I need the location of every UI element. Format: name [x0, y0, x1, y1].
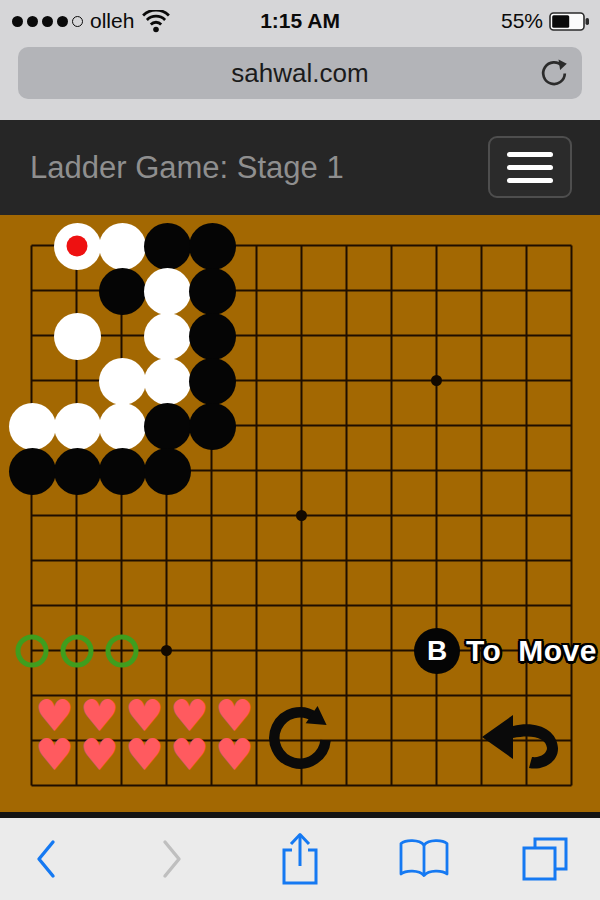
intersection-9-10[interactable] — [370, 629, 415, 674]
intersection-6-10[interactable] — [235, 629, 280, 674]
heart-life-icon: ♥ — [122, 734, 167, 773]
intersection-4-10[interactable] — [145, 629, 190, 674]
intersection-12-4[interactable] — [505, 359, 550, 404]
intersection-7-9[interactable] — [280, 584, 325, 629]
intersection-8-2[interactable] — [325, 269, 370, 314]
intersection-7-5[interactable] — [280, 404, 325, 449]
turn-stone-black: B — [414, 628, 460, 674]
intersection-3-10[interactable] — [100, 629, 145, 674]
intersection-1-6[interactable] — [10, 449, 55, 494]
intersection-9-12[interactable] — [370, 719, 415, 764]
tabs-icon[interactable] — [520, 818, 570, 900]
intersection-2-4[interactable] — [55, 359, 100, 404]
go-board: B To Move ♥♥♥♥♥♥♥♥♥♥ — [0, 215, 600, 812]
iphone-screen: olleh 1:15 AM 55% sahwal.com — [0, 0, 600, 900]
black-stone — [9, 448, 56, 495]
intersection-12-9[interactable] — [505, 584, 550, 629]
intersection-3-9[interactable] — [100, 584, 145, 629]
intersection-7-3[interactable] — [280, 314, 325, 359]
intersection-4-8[interactable] — [145, 539, 190, 584]
black-stone — [54, 448, 101, 495]
red-dot-marker — [67, 236, 88, 257]
intersection-13-7[interactable] — [550, 494, 595, 539]
undo-button[interactable] — [479, 710, 565, 772]
intersection-5-6[interactable] — [190, 449, 235, 494]
intersection-3-6[interactable] — [100, 449, 145, 494]
intersection-2-1[interactable] — [55, 224, 100, 269]
white-stone — [54, 313, 101, 360]
address-bar: sahwal.com — [0, 42, 600, 120]
intersection-1-7[interactable] — [10, 494, 55, 539]
black-stone — [189, 223, 236, 270]
page-header: Ladder Game: Stage 1 — [0, 120, 600, 215]
intersection-12-5[interactable] — [505, 404, 550, 449]
intersection-6-8[interactable] — [235, 539, 280, 584]
status-bar: olleh 1:15 AM 55% — [0, 0, 600, 42]
black-stone — [99, 448, 146, 495]
intersection-12-2[interactable] — [505, 269, 550, 314]
intersection-5-4[interactable] — [190, 359, 235, 404]
intersection-1-5[interactable] — [10, 404, 55, 449]
intersection-4-1[interactable] — [145, 224, 190, 269]
intersection-1-8[interactable] — [10, 539, 55, 584]
intersection-4-2[interactable] — [145, 269, 190, 314]
intersection-10-5[interactable] — [415, 404, 460, 449]
heart-life-icon: ♥ — [32, 734, 77, 773]
white-stone — [144, 268, 191, 315]
intersection-8-6[interactable] — [325, 449, 370, 494]
intersection-1-10[interactable] — [10, 629, 55, 674]
intersection-2-9[interactable] — [55, 584, 100, 629]
intersection-9-1[interactable] — [370, 224, 415, 269]
intersection-12-6[interactable] — [505, 449, 550, 494]
intersection-2-10[interactable] — [55, 629, 100, 674]
heart-life-icon: ♥ — [77, 734, 122, 773]
share-icon[interactable] — [276, 818, 324, 900]
bookmarks-icon[interactable] — [398, 818, 450, 900]
intersection-6-1[interactable] — [235, 224, 280, 269]
intersection-13-9[interactable] — [550, 584, 595, 629]
intersection-5-7[interactable] — [190, 494, 235, 539]
intersection-3-8[interactable] — [100, 539, 145, 584]
intersection-10-4[interactable] — [415, 359, 460, 404]
white-stone — [144, 313, 191, 360]
intersection-10-12[interactable] — [415, 719, 460, 764]
url-field[interactable]: sahwal.com — [18, 47, 582, 99]
intersection-6-6[interactable] — [235, 449, 280, 494]
intersection-6-4[interactable] — [235, 359, 280, 404]
intersection-9-8[interactable] — [370, 539, 415, 584]
intersection-10-6[interactable] — [415, 449, 460, 494]
rotate-button[interactable] — [262, 698, 338, 774]
white-stone — [9, 403, 56, 450]
page-title: Ladder Game: Stage 1 — [30, 120, 344, 215]
intersection-10-13[interactable] — [415, 764, 460, 809]
intersection-9-11[interactable] — [370, 674, 415, 719]
intersection-11-9[interactable] — [460, 584, 505, 629]
intersection-11-5[interactable] — [460, 404, 505, 449]
intersection-9-7[interactable] — [370, 494, 415, 539]
intersection-6-5[interactable] — [235, 404, 280, 449]
intersection-8-3[interactable] — [325, 314, 370, 359]
back-button[interactable] — [26, 818, 66, 900]
battery-icon — [549, 12, 590, 31]
intersection-13-1[interactable] — [550, 224, 595, 269]
lives-hearts: ♥♥♥♥♥♥♥♥♥♥ — [32, 695, 258, 773]
intersection-12-8[interactable] — [505, 539, 550, 584]
intersection-2-6[interactable] — [55, 449, 100, 494]
intersection-8-5[interactable] — [325, 404, 370, 449]
intersection-11-1[interactable] — [460, 224, 505, 269]
intersection-10-1[interactable] — [415, 224, 460, 269]
intersection-3-4[interactable] — [100, 359, 145, 404]
intersection-10-11[interactable] — [415, 674, 460, 719]
intersection-5-2[interactable] — [190, 269, 235, 314]
intersection-8-10[interactable] — [325, 629, 370, 674]
intersection-2-8[interactable] — [55, 539, 100, 584]
intersection-11-4[interactable] — [460, 359, 505, 404]
heart-life-icon: ♥ — [212, 734, 257, 773]
intersection-7-1[interactable] — [280, 224, 325, 269]
intersection-8-1[interactable] — [325, 224, 370, 269]
intersection-5-8[interactable] — [190, 539, 235, 584]
black-stone — [144, 403, 191, 450]
black-stone — [144, 223, 191, 270]
intersection-6-7[interactable] — [235, 494, 280, 539]
intersection-1-2[interactable] — [10, 269, 55, 314]
intersection-7-4[interactable] — [280, 359, 325, 404]
intersection-2-5[interactable] — [55, 404, 100, 449]
lives-row: ♥♥♥♥♥ — [32, 734, 258, 773]
intersection-4-4[interactable] — [145, 359, 190, 404]
intersection-10-7[interactable] — [415, 494, 460, 539]
green-circle-marker — [16, 635, 49, 668]
intersection-3-7[interactable] — [100, 494, 145, 539]
intersection-10-3[interactable] — [415, 314, 460, 359]
intersection-11-3[interactable] — [460, 314, 505, 359]
intersection-13-8[interactable] — [550, 539, 595, 584]
heart-life-icon: ♥ — [167, 734, 212, 773]
intersection-7-7[interactable] — [280, 494, 325, 539]
intersection-13-2[interactable] — [550, 269, 595, 314]
safari-toolbar — [0, 818, 600, 900]
white-stone — [144, 358, 191, 405]
intersection-6-3[interactable] — [235, 314, 280, 359]
to-move-label: To Move — [466, 631, 596, 671]
intersection-5-10[interactable] — [190, 629, 235, 674]
intersection-6-9[interactable] — [235, 584, 280, 629]
intersection-1-3[interactable] — [10, 314, 55, 359]
intersection-9-13[interactable] — [370, 764, 415, 809]
intersection-8-8[interactable] — [325, 539, 370, 584]
intersection-6-2[interactable] — [235, 269, 280, 314]
intersection-3-5[interactable] — [100, 404, 145, 449]
intersection-13-4[interactable] — [550, 359, 595, 404]
intersection-2-2[interactable] — [55, 269, 100, 314]
intersection-4-9[interactable] — [145, 584, 190, 629]
intersection-4-7[interactable] — [145, 494, 190, 539]
intersection-9-5[interactable] — [370, 404, 415, 449]
black-stone — [189, 268, 236, 315]
intersection-11-6[interactable] — [460, 449, 505, 494]
white-stone — [54, 223, 101, 270]
intersection-11-7[interactable] — [460, 494, 505, 539]
white-stone — [54, 403, 101, 450]
intersection-7-10[interactable] — [280, 629, 325, 674]
intersection-10-9[interactable] — [415, 584, 460, 629]
black-stone — [189, 358, 236, 405]
hamburger-icon — [507, 152, 553, 157]
intersection-1-4[interactable] — [10, 359, 55, 404]
intersection-3-2[interactable] — [100, 269, 145, 314]
intersection-12-7[interactable] — [505, 494, 550, 539]
intersection-5-3[interactable] — [190, 314, 235, 359]
intersection-9-4[interactable] — [370, 359, 415, 404]
intersection-10-2[interactable] — [415, 269, 460, 314]
refresh-icon[interactable] — [538, 58, 569, 89]
black-stone — [189, 403, 236, 450]
battery-percent: 55% — [501, 9, 543, 33]
intersection-10-8[interactable] — [415, 539, 460, 584]
intersection-9-6[interactable] — [370, 449, 415, 494]
black-stone — [189, 313, 236, 360]
intersection-4-6[interactable] — [145, 449, 190, 494]
white-stone — [99, 223, 146, 270]
forward-button[interactable] — [152, 818, 192, 900]
white-stone — [99, 403, 146, 450]
intersection-8-9[interactable] — [325, 584, 370, 629]
intersection-5-1[interactable] — [190, 224, 235, 269]
status-right: 55% — [501, 9, 590, 33]
intersection-8-7[interactable] — [325, 494, 370, 539]
intersection-13-5[interactable] — [550, 404, 595, 449]
intersection-12-1[interactable] — [505, 224, 550, 269]
intersection-8-4[interactable] — [325, 359, 370, 404]
intersection-4-5[interactable] — [145, 404, 190, 449]
url-text: sahwal.com — [231, 58, 368, 89]
intersection-9-2[interactable] — [370, 269, 415, 314]
intersection-9-3[interactable] — [370, 314, 415, 359]
green-circle-marker — [106, 635, 139, 668]
intersection-7-8[interactable] — [280, 539, 325, 584]
intersection-4-3[interactable] — [145, 314, 190, 359]
intersection-2-7[interactable] — [55, 494, 100, 539]
intersection-7-2[interactable] — [280, 269, 325, 314]
green-circle-marker — [61, 635, 94, 668]
menu-button[interactable] — [488, 136, 572, 198]
intersection-5-5[interactable] — [190, 404, 235, 449]
intersection-1-1[interactable] — [10, 224, 55, 269]
intersection-11-2[interactable] — [460, 269, 505, 314]
intersection-9-9[interactable] — [370, 584, 415, 629]
intersection-12-3[interactable] — [505, 314, 550, 359]
intersection-3-3[interactable] — [100, 314, 145, 359]
white-stone — [99, 358, 146, 405]
intersection-1-9[interactable] — [10, 584, 55, 629]
turn-stone-letter: B — [427, 635, 447, 667]
intersection-5-9[interactable] — [190, 584, 235, 629]
intersection-7-6[interactable] — [280, 449, 325, 494]
black-stone — [99, 268, 146, 315]
intersection-13-6[interactable] — [550, 449, 595, 494]
intersection-2-3[interactable] — [55, 314, 100, 359]
black-stone — [144, 448, 191, 495]
intersection-11-8[interactable] — [460, 539, 505, 584]
intersection-3-1[interactable] — [100, 224, 145, 269]
intersection-13-3[interactable] — [550, 314, 595, 359]
